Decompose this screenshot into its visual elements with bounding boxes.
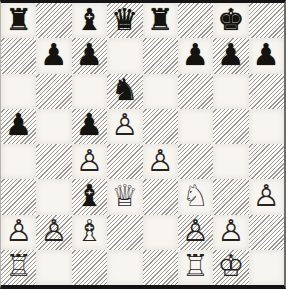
square-f6[interactable]: [178, 74, 213, 109]
square-a6[interactable]: [1, 74, 36, 109]
square-d8[interactable]: ♛: [107, 3, 142, 38]
white-pawn-piece: ♙: [111, 110, 138, 140]
square-h4[interactable]: [249, 144, 284, 179]
square-b4[interactable]: [36, 144, 71, 179]
square-f4[interactable]: [178, 144, 213, 179]
white-pawn-piece: ♙: [217, 216, 244, 246]
square-d4[interactable]: [107, 144, 142, 179]
chess-board: ♜♝♛♜♚♟♟♟♟♟♞♟♟♙♙♙♝♕♘♙♙♙♗♙♙♖♖♔: [0, 0, 286, 289]
square-h3[interactable]: ♙: [249, 179, 284, 214]
white-pawn-piece: ♙: [253, 181, 280, 211]
white-queen-piece: ♕: [111, 181, 138, 211]
square-c1[interactable]: [72, 250, 107, 285]
square-g4[interactable]: [213, 144, 248, 179]
square-f8[interactable]: [178, 3, 213, 38]
square-f1[interactable]: ♖: [178, 250, 213, 285]
square-c8[interactable]: ♝: [72, 3, 107, 38]
square-b2[interactable]: ♙: [36, 215, 71, 250]
square-g6[interactable]: [213, 74, 248, 109]
black-bishop-piece: ♝: [76, 5, 103, 35]
square-e5[interactable]: [143, 109, 178, 144]
square-h2[interactable]: [249, 215, 284, 250]
white-rook-piece: ♖: [5, 251, 32, 281]
white-pawn-piece: ♙: [182, 216, 209, 246]
black-pawn-piece: ♟: [5, 110, 32, 140]
black-pawn-piece: ♟: [76, 40, 103, 70]
white-king-piece: ♔: [217, 251, 244, 281]
black-pawn-piece: ♟: [76, 110, 103, 140]
square-a4[interactable]: [1, 144, 36, 179]
black-pawn-piece: ♟: [41, 40, 68, 70]
square-a3[interactable]: [1, 179, 36, 214]
square-e6[interactable]: [143, 74, 178, 109]
black-king-piece: ♚: [217, 5, 244, 35]
square-g1[interactable]: ♔: [213, 250, 248, 285]
black-rook-piece: ♜: [147, 5, 174, 35]
white-bishop-piece: ♗: [76, 216, 103, 246]
square-a1[interactable]: ♖: [1, 250, 36, 285]
square-c7[interactable]: ♟: [72, 38, 107, 73]
square-g3[interactable]: [213, 179, 248, 214]
square-d3[interactable]: ♕: [107, 179, 142, 214]
square-e3[interactable]: [143, 179, 178, 214]
square-a7[interactable]: [1, 38, 36, 73]
square-h6[interactable]: [249, 74, 284, 109]
square-d5[interactable]: ♙: [107, 109, 142, 144]
square-f3[interactable]: ♘: [178, 179, 213, 214]
square-f5[interactable]: [178, 109, 213, 144]
square-b8[interactable]: [36, 3, 71, 38]
square-d7[interactable]: [107, 38, 142, 73]
board-grid: ♜♝♛♜♚♟♟♟♟♟♞♟♟♙♙♙♝♕♘♙♙♙♗♙♙♖♖♔: [1, 3, 284, 285]
white-pawn-piece: ♙: [5, 216, 32, 246]
black-pawn-piece: ♟: [182, 40, 209, 70]
square-d2[interactable]: [107, 215, 142, 250]
square-d1[interactable]: [107, 250, 142, 285]
square-c4[interactable]: ♙: [72, 144, 107, 179]
square-h7[interactable]: ♟: [249, 38, 284, 73]
black-knight-piece: ♞: [111, 75, 138, 105]
white-pawn-piece: ♙: [147, 146, 174, 176]
square-b1[interactable]: [36, 250, 71, 285]
square-e2[interactable]: [143, 215, 178, 250]
white-pawn-piece: ♙: [76, 146, 103, 176]
black-bishop-piece: ♝: [76, 181, 103, 211]
square-c3[interactable]: ♝: [72, 179, 107, 214]
square-g8[interactable]: ♚: [213, 3, 248, 38]
square-f2[interactable]: ♙: [178, 215, 213, 250]
square-e4[interactable]: ♙: [143, 144, 178, 179]
square-c5[interactable]: ♟: [72, 109, 107, 144]
black-queen-piece: ♛: [111, 5, 138, 35]
square-g7[interactable]: ♟: [213, 38, 248, 73]
square-a8[interactable]: ♜: [1, 3, 36, 38]
square-d6[interactable]: ♞: [107, 74, 142, 109]
white-rook-piece: ♖: [182, 251, 209, 281]
square-a5[interactable]: ♟: [1, 109, 36, 144]
square-f7[interactable]: ♟: [178, 38, 213, 73]
white-pawn-piece: ♙: [41, 216, 68, 246]
square-h1[interactable]: [249, 250, 284, 285]
square-g2[interactable]: ♙: [213, 215, 248, 250]
square-e7[interactable]: [143, 38, 178, 73]
black-rook-piece: ♜: [5, 5, 32, 35]
square-b6[interactable]: [36, 74, 71, 109]
black-pawn-piece: ♟: [217, 40, 244, 70]
square-h5[interactable]: [249, 109, 284, 144]
black-pawn-piece: ♟: [253, 40, 280, 70]
square-c6[interactable]: [72, 74, 107, 109]
square-b7[interactable]: ♟: [36, 38, 71, 73]
square-e1[interactable]: [143, 250, 178, 285]
square-c2[interactable]: ♗: [72, 215, 107, 250]
white-knight-piece: ♘: [182, 181, 209, 211]
square-e8[interactable]: ♜: [143, 3, 178, 38]
square-g5[interactable]: [213, 109, 248, 144]
square-a2[interactable]: ♙: [1, 215, 36, 250]
square-b5[interactable]: [36, 109, 71, 144]
square-h8[interactable]: [249, 3, 284, 38]
square-b3[interactable]: [36, 179, 71, 214]
